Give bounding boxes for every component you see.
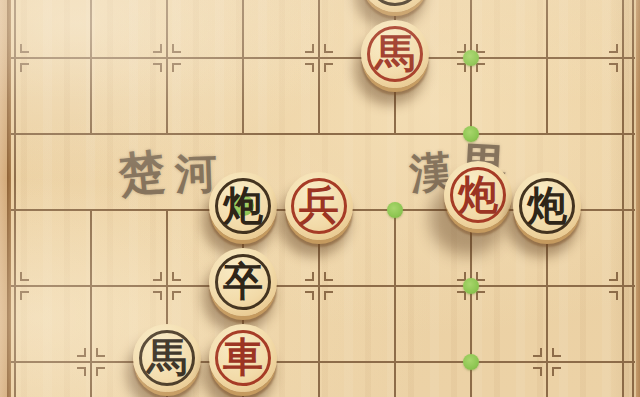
grid-row-line — [11, 285, 635, 287]
point-marker — [160, 44, 162, 53]
point-marker — [20, 63, 22, 72]
point-marker — [552, 367, 554, 376]
piece-character: 卒 — [209, 248, 277, 314]
point-marker — [312, 44, 314, 53]
board-frame-left — [0, 0, 7, 397]
point-marker — [172, 291, 174, 300]
point-marker — [476, 291, 478, 300]
point-marker — [616, 291, 618, 300]
board-border-right — [632, 0, 634, 397]
point-marker — [84, 367, 86, 376]
point-marker — [324, 291, 326, 300]
point-marker — [84, 348, 86, 357]
move-hint-dot[interactable] — [387, 202, 403, 218]
piece-character: 車 — [209, 324, 277, 390]
point-marker — [96, 348, 98, 357]
move-hint-dot[interactable] — [463, 50, 479, 66]
point-marker — [324, 272, 326, 281]
point-marker — [160, 63, 162, 72]
point-marker — [616, 63, 618, 72]
piece-black-horse[interactable]: 馬 — [133, 324, 201, 392]
grid-row-line — [11, 57, 635, 59]
grid-file-line — [622, 0, 624, 397]
piece-black-soldier[interactable]: 卒 — [209, 248, 277, 316]
point-marker — [616, 272, 618, 281]
point-marker — [312, 272, 314, 281]
point-marker — [324, 63, 326, 72]
grid-file-line — [546, 0, 548, 135]
piece-red-horse[interactable]: 馬 — [361, 20, 429, 88]
point-marker — [172, 63, 174, 72]
point-marker — [172, 44, 174, 53]
piece-red-cannon[interactable]: 炮 — [444, 161, 512, 229]
grid-file-line — [90, 209, 92, 397]
point-marker — [160, 272, 162, 281]
point-marker — [324, 44, 326, 53]
piece-black-cannon-right[interactable]: 炮 — [513, 172, 581, 240]
grid-row-line — [11, 133, 635, 135]
piece-character: 士 — [361, 0, 429, 10]
move-hint-dot[interactable] — [463, 126, 479, 142]
point-marker — [312, 63, 314, 72]
point-marker — [540, 367, 542, 376]
piece-black-cannon-left[interactable]: 炮 — [209, 172, 277, 240]
piece-character: 馬 — [133, 324, 201, 390]
piece-character: 炮 — [444, 161, 512, 227]
move-hint-dot[interactable] — [463, 278, 479, 294]
grid-file-line — [318, 0, 320, 135]
piece-character: 炮 — [513, 172, 581, 238]
grid-file-line — [90, 0, 92, 135]
grid-row-line — [11, 361, 635, 363]
point-marker — [552, 348, 554, 357]
point-marker — [20, 44, 22, 53]
grid-file-line — [470, 0, 472, 135]
point-marker — [20, 272, 22, 281]
point-marker — [172, 272, 174, 281]
point-marker — [96, 367, 98, 376]
move-hint-dot[interactable] — [463, 354, 479, 370]
piece-character: 炮 — [209, 172, 277, 238]
board-frame-right — [636, 0, 640, 397]
grid-file-line — [394, 209, 396, 397]
piece-red-soldier[interactable]: 兵 — [285, 172, 353, 240]
point-marker — [476, 63, 478, 72]
point-marker — [540, 348, 542, 357]
point-marker — [616, 44, 618, 53]
grid-file-line — [14, 0, 16, 397]
piece-character: 馬 — [361, 20, 429, 86]
xiangqi-app-screen: 楚 河 漢 界 士馬炮兵炮炮卒馬車 — [0, 0, 640, 397]
grid-file-line — [166, 0, 168, 135]
point-marker — [160, 291, 162, 300]
point-marker — [312, 291, 314, 300]
piece-red-chariot[interactable]: 車 — [209, 324, 277, 392]
point-marker — [20, 291, 22, 300]
piece-character: 兵 — [285, 172, 353, 238]
grid-file-line — [242, 0, 244, 135]
